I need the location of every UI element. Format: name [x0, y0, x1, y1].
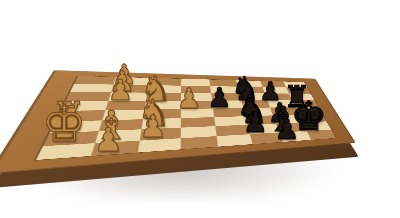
square-c2 [108, 92, 147, 101]
square-c1 [65, 92, 110, 101]
square-b1 [70, 84, 113, 93]
square-c3 [146, 93, 181, 101]
square-c5 [211, 93, 241, 100]
square-h8 [306, 129, 336, 139]
square-h5 [217, 134, 252, 147]
square-h2 [90, 140, 140, 156]
chess-board [36, 76, 336, 160]
square-b2 [110, 84, 148, 92]
square-h4 [180, 136, 218, 149]
chess-photo-scene: ♚♜♝♞♞♟♟♟♟♟♟♚♜♝♞♞♟♟♟♟♟♟ [0, 2, 392, 218]
square-h7 [279, 131, 310, 142]
square-h3 [138, 138, 180, 152]
square-h6 [249, 132, 282, 144]
square-h1 [36, 143, 94, 160]
square-c4 [181, 93, 213, 101]
